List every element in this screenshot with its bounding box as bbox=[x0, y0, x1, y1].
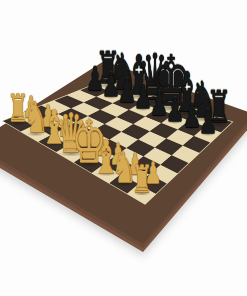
piece-shadow bbox=[59, 150, 84, 157]
piece-black-knight-g8: ♞ bbox=[188, 74, 217, 124]
piece-black-rook-h8: ♜ bbox=[206, 86, 231, 130]
piece-white-knight-g1: ♞ bbox=[112, 146, 137, 189]
piece-shadow bbox=[24, 116, 37, 120]
piece-black-pawn-d7: ♟ bbox=[134, 80, 153, 113]
piece-white-pawn-f2: ♟ bbox=[109, 139, 126, 169]
piece-shadow bbox=[146, 182, 159, 186]
piece-shadow bbox=[98, 83, 118, 88]
piece-shadow bbox=[209, 122, 229, 127]
chess-set-photo: ♜♞♝♛♚♝♞♜♟♟♟♟♟♟♟♟♟♟♟♟♟♟♟♟♜♞♝♛♚♝♞♜ bbox=[0, 0, 247, 296]
piece-black-pawn-g7: ♟ bbox=[182, 99, 201, 132]
piece-white-bishop-c1: ♝ bbox=[40, 102, 67, 149]
piece-shadow bbox=[114, 181, 133, 186]
piece-white-pawn-e2: ♟ bbox=[92, 129, 109, 159]
piece-white-pawn-a2: ♟ bbox=[22, 92, 39, 122]
piece-shadow bbox=[87, 89, 102, 93]
piece-shadow bbox=[152, 114, 167, 118]
piece-black-king-e8: ♚ bbox=[151, 46, 191, 116]
piece-shadow bbox=[127, 93, 152, 100]
piece-white-pawn-b2: ♟ bbox=[40, 101, 57, 131]
piece-shadow bbox=[112, 88, 135, 94]
piece-white-knight-b1: ♞ bbox=[23, 95, 48, 138]
piece-shadow bbox=[96, 171, 117, 177]
piece-white-king-e1: ♚ bbox=[71, 111, 106, 171]
piece-black-bishop-c8: ♝ bbox=[124, 48, 155, 103]
piece-shadow bbox=[136, 107, 151, 111]
piece-white-rook-a1: ♜ bbox=[7, 90, 29, 128]
piece-shadow bbox=[111, 163, 124, 167]
piece-shadow bbox=[43, 141, 64, 147]
piece-white-pawn-d2: ♟ bbox=[75, 120, 92, 150]
piece-shadow bbox=[26, 131, 45, 136]
piece-black-pawn-a7: ♟ bbox=[85, 62, 104, 95]
piece-shadow bbox=[10, 121, 27, 126]
piece-white-pawn-h2: ♟ bbox=[144, 158, 161, 188]
piece-shadow bbox=[184, 126, 199, 130]
piece-shadow bbox=[76, 144, 89, 148]
piece-black-bishop-f8: ♝ bbox=[171, 65, 202, 120]
piece-black-pawn-c7: ♟ bbox=[117, 74, 136, 107]
piece-black-pawn-e7: ♟ bbox=[150, 86, 169, 119]
piece-black-pawn-f7: ♟ bbox=[166, 93, 185, 126]
piece-shadow bbox=[168, 120, 183, 124]
piece-shadow bbox=[103, 95, 118, 99]
piece-shadow bbox=[75, 160, 102, 167]
piece-black-pawn-h7: ♟ bbox=[198, 105, 217, 138]
piece-shadow bbox=[175, 110, 200, 117]
piece-shadow bbox=[191, 116, 214, 122]
piece-shadow bbox=[59, 135, 72, 139]
piece-black-knight-b8: ♞ bbox=[109, 47, 138, 97]
piece-black-queen-d8: ♛ bbox=[137, 46, 173, 109]
piece-white-bishop-f1: ♝ bbox=[93, 132, 120, 179]
piece-white-queen-d1: ♛ bbox=[55, 106, 86, 161]
piece-black-pawn-b7: ♟ bbox=[101, 68, 120, 101]
piece-shadow bbox=[120, 101, 135, 105]
piece-white-rook-h1: ♜ bbox=[131, 161, 153, 199]
pieces-layer: ♜♞♝♛♚♝♞♜♟♟♟♟♟♟♟♟♟♟♟♟♟♟♟♟♜♞♝♛♚♝♞♜ bbox=[0, 0, 247, 296]
piece-shadow bbox=[133, 192, 150, 197]
piece-shadow bbox=[200, 132, 215, 136]
piece-shadow bbox=[42, 126, 55, 130]
piece-black-rook-a8: ♜ bbox=[95, 47, 120, 91]
piece-shadow bbox=[129, 173, 142, 177]
piece-shadow bbox=[94, 154, 107, 158]
piece-shadow bbox=[155, 103, 187, 111]
piece-white-pawn-c2: ♟ bbox=[57, 111, 74, 141]
piece-white-pawn-g2: ♟ bbox=[127, 148, 144, 178]
piece-shadow bbox=[141, 98, 170, 106]
